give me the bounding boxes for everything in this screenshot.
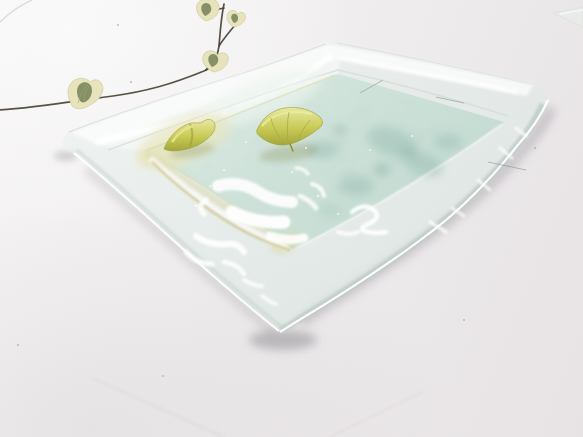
paper-creases <box>92 378 422 437</box>
stray-glass-corner <box>553 7 583 27</box>
vine-branch <box>219 24 236 46</box>
photo-scene <box>0 0 583 437</box>
glass-tray <box>63 42 549 332</box>
vine-leaf-d <box>227 10 246 27</box>
vine-leaf-a <box>68 78 103 108</box>
paper-edge-line <box>0 0 32 22</box>
vine-leaf-c <box>196 0 219 21</box>
shadow-bottom-corner <box>249 330 317 350</box>
photo-drawing <box>0 0 583 437</box>
